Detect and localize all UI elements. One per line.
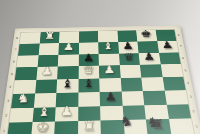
square-e4 [99, 78, 121, 92]
square-c3 [56, 92, 78, 107]
square-f8 [117, 30, 137, 41]
square-e6 [99, 53, 120, 66]
square-a1 [7, 122, 32, 134]
square-c7: ♟ [58, 43, 78, 55]
square-b7 [38, 43, 59, 55]
chess-board: ♜♚♟♝♟♟♟♛♟♟♛♟♝♝♞♟♝♟♚♜♜ abcdefgh 87654321 … [0, 25, 200, 134]
square-a5 [15, 67, 37, 80]
rank-label-1: 1 [195, 124, 198, 128]
square-a7 [18, 43, 39, 55]
square-h2 [166, 104, 191, 119]
square-b8: ♜ [39, 32, 59, 43]
square-h7: ♟ [157, 41, 179, 53]
square-c8 [59, 32, 79, 43]
photo-chessboard-scene: ♜♚♟♝♟♟♟♛♟♟♛♟♝♝♞♟♝♟♚♜♜ abcdefgh 87654321 … [0, 0, 200, 134]
rank-label-8: 8 [177, 33, 180, 36]
square-a6 [16, 55, 38, 68]
square-h8 [155, 30, 176, 41]
square-d1: ♜ [78, 121, 101, 134]
square-a4 [13, 80, 36, 94]
rank-label-4: 4 [186, 81, 189, 85]
square-g4 [141, 77, 164, 91]
square-e3: ♟ [100, 91, 123, 106]
square-d3 [78, 92, 100, 107]
square-e8 [98, 31, 118, 42]
rank-label-2: 2 [192, 109, 195, 113]
square-g5 [140, 65, 162, 78]
square-g2 [144, 104, 168, 119]
square-h1 [169, 119, 195, 134]
square-g1: ♜ [146, 119, 171, 134]
rank-label-2: 2 [5, 113, 8, 117]
square-h3 [164, 90, 188, 104]
square-e5: ♟ [99, 65, 120, 78]
rank-label-7: 7 [179, 45, 182, 48]
square-b2: ♝ [32, 107, 56, 122]
square-d8 [79, 31, 99, 42]
rank-label-7: 7 [14, 48, 17, 51]
square-h5 [160, 64, 183, 77]
square-a2 [9, 107, 33, 122]
square-b1: ♚ [31, 122, 55, 134]
rank-label-8: 8 [16, 37, 19, 40]
rank-label-3: 3 [7, 99, 10, 103]
square-g3 [143, 90, 167, 104]
square-f7: ♟ [118, 41, 139, 53]
square-f3 [121, 91, 144, 105]
square-c6 [58, 54, 79, 67]
square-b3 [33, 93, 56, 108]
square-a3: ♞ [11, 93, 35, 108]
rank-label-6: 6 [182, 56, 185, 59]
black-king-piece: ♚ [136, 27, 157, 41]
white-rook-piece: ♜ [39, 29, 59, 43]
square-c2: ♟ [55, 106, 78, 121]
square-h4 [162, 77, 185, 91]
square-d6: ♟ [78, 54, 99, 67]
rank-label-6: 6 [12, 60, 15, 63]
board-squares: ♜♚♟♝♟♟♟♛♟♟♛♟♝♝♞♟♝♟♚♜♜ [7, 30, 194, 134]
square-e2 [100, 105, 123, 120]
square-f5 [119, 65, 141, 78]
square-e1 [100, 120, 124, 134]
rank-label-1: 1 [3, 128, 6, 132]
square-f1 [123, 120, 147, 134]
square-c5 [57, 66, 78, 79]
square-g6: ♟ [139, 52, 161, 64]
rank-label-3: 3 [189, 95, 192, 99]
square-g8: ♚ [136, 30, 157, 41]
rank-label-4: 4 [9, 85, 12, 89]
square-b4 [35, 79, 57, 93]
square-c4: ♝ [56, 79, 78, 93]
square-f2 [122, 105, 146, 120]
square-d5: ♛ [78, 66, 99, 79]
square-e7: ♝ [98, 42, 118, 54]
square-f6: ♛ [119, 53, 140, 65]
square-d4: ♝ [78, 79, 100, 93]
square-d2 [78, 106, 101, 121]
square-d7 [78, 42, 98, 54]
square-g7 [137, 41, 158, 53]
square-f4 [120, 78, 142, 92]
square-h6 [159, 52, 181, 64]
rank-label-5: 5 [11, 72, 14, 76]
square-b5: ♟ [36, 67, 58, 80]
rank-label-5: 5 [184, 68, 187, 72]
square-c1 [54, 121, 78, 134]
square-b6 [37, 55, 58, 68]
square-a8 [20, 32, 41, 43]
